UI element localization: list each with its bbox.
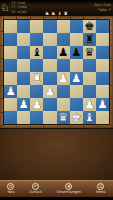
square-e8[interactable] <box>57 20 70 33</box>
square-b8[interactable] <box>17 20 30 33</box>
settings-label: Einstellungen <box>57 190 81 195</box>
square-d7[interactable] <box>43 33 56 46</box>
square-e5[interactable] <box>57 59 70 72</box>
square-g3[interactable] <box>83 85 96 98</box>
square-h7[interactable] <box>96 33 109 46</box>
menu-icon: ☰ <box>97 183 104 190</box>
square-b2[interactable]: ♟ <box>17 98 30 111</box>
engine-info: 32: Dd4 77: Txd4 32: e7e5 <box>11 1 27 14</box>
white-queen: ♛ <box>58 111 68 124</box>
clock-info-line: Tiefe: 7 <box>94 8 111 12</box>
toolbar: ⟳ Neu ↶ Zurück ✱ Einstellungen ☰ Menü <box>0 180 113 197</box>
settings-icon: ✱ <box>65 183 72 190</box>
square-f7[interactable] <box>70 33 83 46</box>
black-king: ♚ <box>84 20 94 33</box>
square-g5[interactable] <box>83 59 96 72</box>
square-g6[interactable]: ♛ <box>83 46 96 59</box>
square-e3[interactable] <box>57 85 70 98</box>
square-d2[interactable] <box>43 98 56 111</box>
square-c4[interactable]: ♜ <box>30 72 43 85</box>
square-d4[interactable] <box>43 72 56 85</box>
black-bishop: ♝ <box>32 46 42 59</box>
clock-info: Zeit: 0:45 Tiefe: 7 <box>94 3 113 12</box>
square-c7[interactable] <box>30 33 43 46</box>
square-a5[interactable] <box>4 59 17 72</box>
board: ♚♜♝♟♟♛♜♟♟♟♟♟♟♟♟♛♚♝ <box>3 19 110 125</box>
square-h4[interactable] <box>96 72 109 85</box>
square-c5[interactable] <box>30 59 43 72</box>
undo-icon: ↶ <box>32 183 39 190</box>
new-game-icon: ⟳ <box>7 183 14 190</box>
square-a4[interactable] <box>4 72 17 85</box>
white-pawn: ♟ <box>84 98 94 111</box>
white-pawn: ♟ <box>32 98 42 111</box>
square-f2[interactable] <box>70 98 83 111</box>
square-a7[interactable] <box>4 33 17 46</box>
white-knight-turn-icon: ♘ <box>0 2 10 14</box>
new-game-button[interactable]: ⟳ Neu <box>7 183 14 196</box>
square-g8[interactable]: ♚ <box>83 20 96 33</box>
square-d1[interactable] <box>43 111 56 124</box>
square-d6[interactable] <box>43 46 56 59</box>
white-pawn: ♟ <box>5 85 15 98</box>
square-d8[interactable] <box>43 20 56 33</box>
white-pawn: ♟ <box>97 98 107 111</box>
bottom-black-strip <box>0 197 113 200</box>
square-a3[interactable]: ♟ <box>4 85 17 98</box>
frame-ticks-left <box>1 19 3 126</box>
square-d3[interactable]: ♟ <box>43 85 56 98</box>
square-b1[interactable] <box>17 111 30 124</box>
square-f5[interactable] <box>70 59 83 72</box>
square-h8[interactable] <box>96 20 109 33</box>
square-c8[interactable] <box>30 20 43 33</box>
white-pawn: ♟ <box>58 72 68 85</box>
square-a8[interactable] <box>4 20 17 33</box>
square-g1[interactable]: ♝ <box>83 111 96 124</box>
square-f8[interactable] <box>70 20 83 33</box>
white-rook: ♜ <box>32 72 42 85</box>
square-c1[interactable] <box>30 111 43 124</box>
square-b6[interactable] <box>17 46 30 59</box>
black-queen: ♛ <box>84 46 94 59</box>
new-game-label: Neu <box>7 190 14 195</box>
white-pawn: ♟ <box>71 72 81 85</box>
square-g4[interactable] <box>83 72 96 85</box>
frame-ticks-right <box>111 19 113 126</box>
white-king: ♚ <box>71 111 81 124</box>
square-e6[interactable]: ♟ <box>57 46 70 59</box>
square-f1[interactable]: ♚ <box>70 111 83 124</box>
square-e7[interactable] <box>57 33 70 46</box>
undo-button[interactable]: ↶ Zurück <box>29 183 42 196</box>
undo-label: Zurück <box>29 190 42 195</box>
black-pawn: ♟ <box>71 46 81 59</box>
settings-button[interactable]: ✱ Einstellungen <box>57 183 81 196</box>
square-a6[interactable] <box>4 46 17 59</box>
square-a1[interactable] <box>4 111 17 124</box>
square-b4[interactable] <box>17 72 30 85</box>
square-c6[interactable]: ♝ <box>30 46 43 59</box>
square-b5[interactable] <box>17 59 30 72</box>
chess-app-screen: { "game": "chess", "position": { "fen": … <box>0 0 113 200</box>
frame-ticks-top <box>3 17 110 19</box>
white-pawn: ♟ <box>19 98 29 111</box>
white-pawn: ♟ <box>45 85 55 98</box>
wood-background <box>0 129 113 180</box>
square-h3[interactable] <box>96 85 109 98</box>
board-frame: ♚♜♝♟♟♛♜♟♟♟♟♟♟♟♟♛♚♝ <box>0 15 113 129</box>
menu-button[interactable]: ☰ Menü <box>96 183 106 196</box>
square-h5[interactable] <box>96 59 109 72</box>
square-g2[interactable]: ♟ <box>83 98 96 111</box>
square-f3[interactable] <box>70 85 83 98</box>
square-h2[interactable]: ♟ <box>96 98 109 111</box>
square-e2[interactable] <box>57 98 70 111</box>
frame-ticks-bottom <box>3 126 110 128</box>
square-a2[interactable] <box>4 98 17 111</box>
square-f4[interactable]: ♟ <box>70 72 83 85</box>
square-c3[interactable] <box>30 85 43 98</box>
square-e1[interactable]: ♛ <box>57 111 70 124</box>
square-b3[interactable] <box>17 85 30 98</box>
square-h6[interactable] <box>96 46 109 59</box>
white-bishop: ♝ <box>84 111 94 124</box>
square-h1[interactable] <box>96 111 109 124</box>
square-g7[interactable]: ♜ <box>83 33 96 46</box>
square-d5[interactable] <box>43 59 56 72</box>
square-c2[interactable]: ♟ <box>30 98 43 111</box>
menu-label: Menü <box>96 190 106 195</box>
square-e4[interactable]: ♟ <box>57 72 70 85</box>
black-rook: ♜ <box>84 33 94 46</box>
square-f6[interactable]: ♟ <box>70 46 83 59</box>
engine-info-line: 32: e7e5 <box>11 10 27 14</box>
square-b7[interactable] <box>17 33 30 46</box>
black-pawn: ♟ <box>58 46 68 59</box>
top-info-bar: ♘ 32: Dd4 77: Txd4 32: e7e5 ♞♞♝♜ ♟♟♟♟♟♟♞… <box>0 0 113 15</box>
